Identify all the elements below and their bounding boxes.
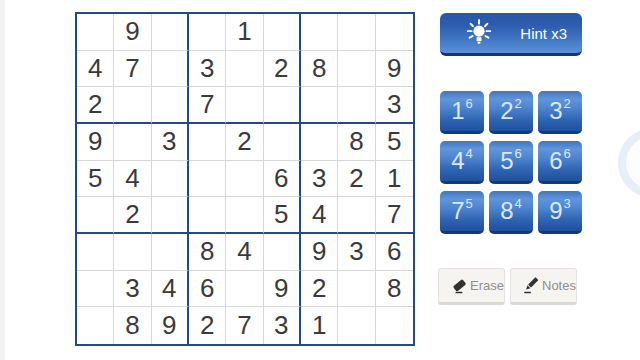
cell-r6c5[interactable] <box>226 197 263 234</box>
numpad-digit: 4 <box>451 149 464 173</box>
numpad-remaining-count: 6 <box>466 97 473 110</box>
cell-r4c7[interactable] <box>301 124 338 161</box>
numpad-button-9[interactable]: 93 <box>538 191 582 234</box>
numpad-digit: 7 <box>451 199 464 223</box>
cell-r6c1[interactable] <box>77 197 114 234</box>
cell-r8c9[interactable]: 8 <box>376 271 413 308</box>
pencil-icon <box>516 275 542 296</box>
cell-r7c4[interactable]: 8 <box>189 234 226 271</box>
cell-r3c7[interactable] <box>301 87 338 124</box>
hint-button[interactable]: Hint x3 <box>440 13 582 56</box>
cell-r9c9[interactable] <box>376 307 413 344</box>
cell-r1c3[interactable] <box>152 14 189 51</box>
cell-r8c6[interactable]: 9 <box>264 271 301 308</box>
cell-r5c9[interactable]: 1 <box>376 161 413 198</box>
cell-r9c6[interactable]: 3 <box>264 307 301 344</box>
numpad-remaining-count: 2 <box>564 97 571 110</box>
lightbulb-icon <box>452 18 494 48</box>
cell-r1c1[interactable] <box>77 14 114 51</box>
cell-r6c2[interactable]: 2 <box>114 197 151 234</box>
cell-r2c7[interactable]: 8 <box>301 51 338 88</box>
cell-r5c3[interactable] <box>152 161 189 198</box>
hint-label: Hint x3 <box>520 25 567 42</box>
cell-r3c2[interactable] <box>114 87 151 124</box>
numpad-digit: 3 <box>549 99 562 123</box>
cell-r9c4[interactable]: 2 <box>189 307 226 344</box>
cell-r1c4[interactable] <box>189 14 226 51</box>
cell-r7c6[interactable] <box>264 234 301 271</box>
cell-r6c8[interactable] <box>338 197 375 234</box>
cell-r1c6[interactable] <box>264 14 301 51</box>
numpad-button-2[interactable]: 22 <box>489 91 533 134</box>
edge-peek-circle <box>618 128 640 198</box>
cell-r4c3[interactable]: 3 <box>152 124 189 161</box>
cell-r2c5[interactable] <box>226 51 263 88</box>
eraser-icon <box>444 275 470 296</box>
cell-r8c7[interactable]: 2 <box>301 271 338 308</box>
numpad-button-5[interactable]: 56 <box>489 141 533 184</box>
cell-r4c4[interactable] <box>189 124 226 161</box>
cell-r1c5[interactable]: 1 <box>226 14 263 51</box>
cell-r3c8[interactable] <box>338 87 375 124</box>
cell-r2c1[interactable]: 4 <box>77 51 114 88</box>
numpad-button-4[interactable]: 44 <box>440 141 484 184</box>
cell-r4c8[interactable]: 8 <box>338 124 375 161</box>
cell-r7c2[interactable] <box>114 234 151 271</box>
cell-r6c3[interactable] <box>152 197 189 234</box>
cell-r7c7[interactable]: 9 <box>301 234 338 271</box>
cell-r8c3[interactable]: 4 <box>152 271 189 308</box>
cell-r3c3[interactable] <box>152 87 189 124</box>
cell-r3c6[interactable] <box>264 87 301 124</box>
cell-r1c2[interactable]: 9 <box>114 14 151 51</box>
cell-r6c7[interactable]: 4 <box>301 197 338 234</box>
cell-r2c4[interactable]: 3 <box>189 51 226 88</box>
numpad-digit: 5 <box>500 149 513 173</box>
cell-r3c4[interactable]: 7 <box>189 87 226 124</box>
numpad-remaining-count: 3 <box>564 197 571 210</box>
cell-r3c1[interactable]: 2 <box>77 87 114 124</box>
cell-r2c6[interactable]: 2 <box>264 51 301 88</box>
numpad-digit: 8 <box>500 199 513 223</box>
numpad-button-1[interactable]: 16 <box>440 91 484 134</box>
cell-r8c4[interactable]: 6 <box>189 271 226 308</box>
cell-r9c8[interactable] <box>338 307 375 344</box>
numpad-button-8[interactable]: 84 <box>489 191 533 234</box>
cell-r5c6[interactable]: 6 <box>264 161 301 198</box>
cell-r5c8[interactable]: 2 <box>338 161 375 198</box>
numpad: 162232445666758493 <box>440 91 582 234</box>
cell-r2c8[interactable] <box>338 51 375 88</box>
cell-r2c3[interactable] <box>152 51 189 88</box>
cell-r9c5[interactable]: 7 <box>226 307 263 344</box>
cell-r9c2[interactable]: 8 <box>114 307 151 344</box>
cell-r5c4[interactable] <box>189 161 226 198</box>
cell-r4c5[interactable]: 2 <box>226 124 263 161</box>
left-edge-strip <box>0 0 5 360</box>
cell-r8c5[interactable] <box>226 271 263 308</box>
cell-r8c1[interactable] <box>77 271 114 308</box>
cell-r1c9[interactable] <box>376 14 413 51</box>
notes-button[interactable]: Notes <box>510 268 577 305</box>
numpad-remaining-count: 2 <box>515 97 522 110</box>
numpad-button-3[interactable]: 32 <box>538 91 582 134</box>
sudoku-board: 9147328927393285546321254784936346928892… <box>75 12 415 346</box>
numpad-remaining-count: 4 <box>515 197 522 210</box>
cell-r5c1[interactable]: 5 <box>77 161 114 198</box>
cell-r8c2[interactable]: 3 <box>114 271 151 308</box>
cell-r6c9[interactable]: 7 <box>376 197 413 234</box>
numpad-button-7[interactable]: 75 <box>440 191 484 234</box>
cell-r7c3[interactable] <box>152 234 189 271</box>
cell-r4c9[interactable]: 5 <box>376 124 413 161</box>
numpad-digit: 9 <box>549 199 562 223</box>
numpad-remaining-count: 5 <box>466 197 473 210</box>
erase-label: Erase <box>470 278 504 293</box>
numpad-button-6[interactable]: 66 <box>538 141 582 184</box>
notes-label: Notes <box>542 278 576 293</box>
cell-r8c8[interactable] <box>338 271 375 308</box>
cell-r5c7[interactable]: 3 <box>301 161 338 198</box>
cell-r6c4[interactable] <box>189 197 226 234</box>
cell-r9c1[interactable] <box>77 307 114 344</box>
cell-r1c8[interactable] <box>338 14 375 51</box>
numpad-digit: 6 <box>549 149 562 173</box>
cell-r6c6[interactable]: 5 <box>264 197 301 234</box>
cell-r2c9[interactable]: 9 <box>376 51 413 88</box>
numpad-digit: 1 <box>451 99 464 123</box>
cell-r4c6[interactable] <box>264 124 301 161</box>
cell-r9c3[interactable]: 9 <box>152 307 189 344</box>
cell-r2c2[interactable]: 7 <box>114 51 151 88</box>
cell-r3c5[interactable] <box>226 87 263 124</box>
cell-r5c2[interactable]: 4 <box>114 161 151 198</box>
cell-r4c1[interactable]: 9 <box>77 124 114 161</box>
cell-r9c7[interactable]: 1 <box>301 307 338 344</box>
cell-r7c9[interactable]: 6 <box>376 234 413 271</box>
numpad-remaining-count: 6 <box>564 147 571 160</box>
erase-button[interactable]: Erase <box>438 268 505 305</box>
cell-r4c2[interactable] <box>114 124 151 161</box>
cell-r7c1[interactable] <box>77 234 114 271</box>
cell-r7c8[interactable]: 3 <box>338 234 375 271</box>
numpad-digit: 2 <box>500 99 513 123</box>
numpad-remaining-count: 6 <box>515 147 522 160</box>
numpad-remaining-count: 4 <box>466 147 473 160</box>
cell-r3c9[interactable]: 3 <box>376 87 413 124</box>
cell-r1c7[interactable] <box>301 14 338 51</box>
cell-r5c5[interactable] <box>226 161 263 198</box>
cell-r7c5[interactable]: 4 <box>226 234 263 271</box>
